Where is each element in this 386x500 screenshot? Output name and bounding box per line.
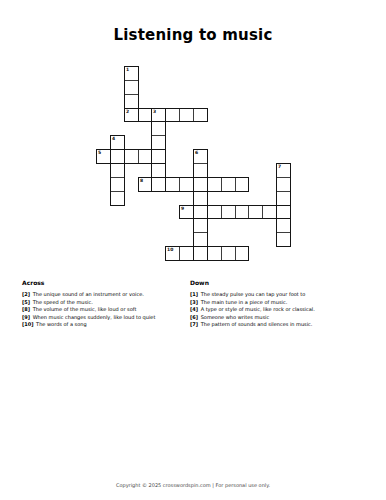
- clue-down-1: [1] The steady pulse you can tap your fo…: [190, 291, 368, 299]
- cell-number: 8: [140, 178, 143, 183]
- grid-cell[interactable]: [110, 177, 125, 192]
- grid-cell[interactable]: [138, 149, 152, 164]
- clue-down-3: [3] The main tune in a piece of music.: [190, 299, 368, 307]
- across-clue-list: [2] The unique sound of an instrument or…: [22, 291, 184, 329]
- grid-cell[interactable]: [276, 232, 291, 247]
- clue-number: [5]: [22, 299, 30, 305]
- cell-number: 1: [126, 67, 129, 72]
- grid-cell[interactable]: [235, 205, 249, 219]
- grid-cell[interactable]: [207, 177, 222, 192]
- down-clue-list: [1] The steady pulse you can tap your fo…: [190, 291, 368, 329]
- clue-number: [9]: [22, 314, 30, 320]
- clue-number: [10]: [22, 321, 34, 327]
- grid-cell[interactable]: [124, 94, 139, 109]
- clue-down-7: [7] The pattern of sounds and silences i…: [190, 321, 368, 329]
- across-clues-section: Across [2] The unique sound of an instru…: [22, 279, 184, 329]
- clue-across-8: [8] The volume of the music, like loud o…: [22, 306, 184, 314]
- grid-cell[interactable]: 8: [138, 177, 152, 192]
- grid-cell[interactable]: [124, 80, 139, 95]
- cell-number: 7: [278, 164, 281, 169]
- grid-cell[interactable]: [110, 191, 125, 206]
- grid-cell[interactable]: [221, 246, 236, 261]
- clue-text: The steady pulse you can tap your foot t…: [199, 291, 305, 297]
- clue-across-9: [9] When music changes suddenly, like lo…: [22, 314, 184, 322]
- clue-number: [4]: [190, 306, 198, 312]
- grid-cell[interactable]: [151, 177, 166, 192]
- grid-cell[interactable]: [248, 205, 263, 219]
- grid-cell[interactable]: [193, 177, 208, 192]
- clue-text: The unique sound of an instrument or voi…: [31, 291, 144, 297]
- grid-cell[interactable]: [235, 246, 249, 261]
- cell-number: 3: [153, 109, 156, 114]
- grid-cell[interactable]: 10: [165, 246, 180, 261]
- grid-cell[interactable]: 3: [151, 108, 166, 122]
- clue-text: A type or style of music, like rock or c…: [199, 306, 315, 312]
- grid-cell[interactable]: [276, 177, 291, 192]
- cell-number: 2: [126, 109, 129, 114]
- clue-text: When music changes suddenly, like loud t…: [31, 314, 155, 320]
- clue-number: [1]: [190, 291, 198, 297]
- grid-cell[interactable]: 5: [96, 149, 111, 164]
- grid-cell[interactable]: [151, 121, 166, 136]
- grid-cell[interactable]: [151, 135, 166, 150]
- grid-cell[interactable]: [165, 177, 180, 192]
- clue-across-2: [2] The unique sound of an instrument or…: [22, 291, 184, 299]
- grid-cell[interactable]: 4: [110, 135, 125, 150]
- copyright-footer: Copyright © 2025 crosswordspin.com | For…: [0, 482, 386, 488]
- across-header: Across: [22, 279, 184, 286]
- clue-text: The volume of the music, like loud or so…: [31, 306, 136, 312]
- grid-cell[interactable]: [193, 232, 208, 247]
- clue-number: [2]: [22, 291, 30, 297]
- grid-cell[interactable]: [151, 163, 166, 178]
- cell-number: 6: [195, 150, 198, 155]
- grid-cell[interactable]: [179, 108, 194, 122]
- grid-cell[interactable]: [207, 205, 222, 219]
- down-clues-section: Down [1] The steady pulse you can tap yo…: [190, 279, 368, 329]
- grid-cell[interactable]: 2: [124, 108, 139, 122]
- grid-cell[interactable]: [193, 191, 208, 206]
- clue-text: Someone who writes music: [199, 314, 269, 320]
- cell-number: 10: [167, 247, 173, 252]
- clue-number: [6]: [190, 314, 198, 320]
- grid-cell[interactable]: [110, 149, 125, 164]
- clue-across-10: [10] The words of a song: [22, 321, 184, 329]
- clue-text: The main tune in a piece of music.: [199, 299, 287, 305]
- grid-cell[interactable]: [221, 177, 236, 192]
- grid-cell[interactable]: 6: [193, 149, 208, 164]
- grid-cell[interactable]: 1: [124, 66, 139, 81]
- grid-cell[interactable]: [179, 246, 194, 261]
- grid-cell[interactable]: [193, 205, 208, 219]
- grid-cell[interactable]: [235, 177, 249, 192]
- clue-down-4: [4] A type or style of music, like rock …: [190, 306, 368, 314]
- cell-number: 4: [112, 136, 115, 141]
- grid-cell[interactable]: [276, 191, 291, 206]
- grid-cell[interactable]: [165, 108, 180, 122]
- grid-cell[interactable]: [110, 163, 125, 178]
- grid-cell[interactable]: [207, 246, 222, 261]
- grid-cell[interactable]: [151, 149, 166, 164]
- clue-text: The pattern of sounds and silences in mu…: [199, 321, 312, 327]
- clue-across-5: [5] The speed of the music.: [22, 299, 184, 307]
- grid-cell[interactable]: [179, 177, 194, 192]
- grid-cell[interactable]: 7: [276, 163, 291, 178]
- clue-text: The speed of the music.: [31, 299, 93, 305]
- grid-cell[interactable]: 9: [179, 205, 194, 219]
- cell-number: 5: [98, 150, 101, 155]
- grid-cell[interactable]: [193, 246, 208, 261]
- grid-cell[interactable]: [193, 108, 208, 122]
- clue-number: [3]: [190, 299, 198, 305]
- grid-cell[interactable]: [138, 108, 152, 122]
- clue-number: [7]: [190, 321, 198, 327]
- clue-text: The words of a song: [35, 321, 87, 327]
- grid-cell[interactable]: [262, 205, 277, 219]
- puzzle-page: Listening to music 12345678910 Across [2…: [0, 0, 386, 500]
- grid-cell[interactable]: [124, 149, 139, 164]
- grid-cell[interactable]: [221, 205, 236, 219]
- grid-cell[interactable]: [193, 218, 208, 233]
- down-header: Down: [190, 279, 368, 286]
- grid-cell[interactable]: [193, 163, 208, 178]
- crossword-grid: 12345678910: [0, 0, 292, 262]
- grid-cell[interactable]: [276, 218, 291, 233]
- grid-cell[interactable]: [276, 205, 291, 219]
- clue-down-6: [6] Someone who writes music: [190, 314, 368, 322]
- cell-number: 9: [181, 206, 184, 211]
- clue-number: [8]: [22, 306, 30, 312]
